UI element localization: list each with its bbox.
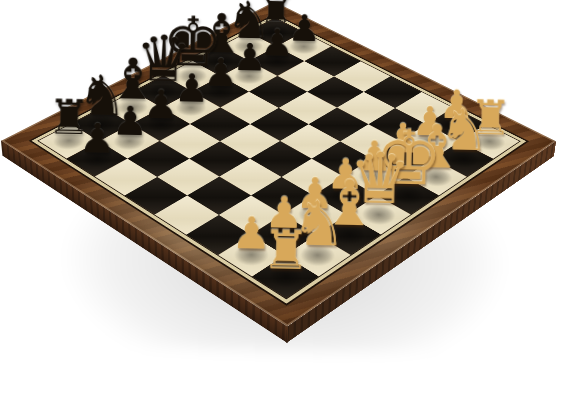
squares-grid: ♜♟♟♜♞♟♟♞♝♟♟♝♚♟♟♚♛♟♟♛♝♟♟♝♞♟♟♞♜♟♟♜	[39, 18, 520, 298]
board-scene: ♜♟♟♜♞♟♟♞♝♟♟♝♚♟♟♚♛♟♟♛♝♟♟♝♞♟♟♞♜♟♟♜	[80, 0, 480, 341]
chess-board: ♜♟♟♜♞♟♟♞♝♟♟♝♚♟♟♚♛♟♟♛♝♟♟♝♞♟♟♞♜♟♟♜	[2, 2, 556, 327]
black-pawn-a7: ♟	[51, 117, 144, 160]
product-photo-background: ♜♟♟♜♞♟♟♞♝♟♟♝♚♟♟♚♛♟♟♛♝♟♟♝♞♟♟♞♜♟♟♜	[0, 0, 564, 418]
square-a1: ♜	[252, 255, 319, 298]
white-rook-a1: ♜	[235, 221, 337, 277]
